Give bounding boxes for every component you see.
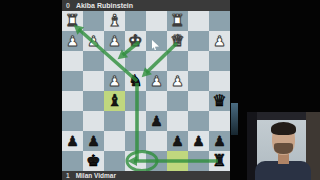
square-e2[interactable]: ♚ [125, 31, 146, 51]
square-a3[interactable] [209, 51, 230, 71]
square-b4[interactable] [188, 71, 209, 91]
white-pawn-h2[interactable]: ♟ [62, 31, 83, 51]
black-knight-e4[interactable]: ♞ [125, 71, 146, 91]
square-h6[interactable] [62, 111, 83, 131]
square-d3[interactable] [146, 51, 167, 71]
square-h4[interactable] [62, 71, 83, 91]
square-h7[interactable]: ♟ [62, 131, 83, 151]
highlight-f5 [104, 91, 125, 111]
square-c4[interactable]: ♟ [167, 71, 188, 91]
presenter-hair [271, 122, 296, 135]
top-player-bar: 0 Akiba Rubinstein [62, 0, 230, 11]
white-king-e2[interactable]: ♚ [125, 31, 146, 51]
square-d1[interactable] [146, 11, 167, 31]
top-player-name: Akiba Rubinstein [76, 2, 133, 9]
square-f7[interactable] [104, 131, 125, 151]
square-b5[interactable] [188, 91, 209, 111]
square-d5[interactable] [146, 91, 167, 111]
square-g3[interactable] [83, 51, 104, 71]
square-b6[interactable] [188, 111, 209, 131]
square-e3[interactable] [125, 51, 146, 71]
square-g4[interactable] [83, 71, 104, 91]
square-b2[interactable] [188, 31, 209, 51]
black-pawn-g7[interactable]: ♟ [83, 131, 104, 151]
square-e6[interactable] [125, 111, 146, 131]
square-b1[interactable] [188, 11, 209, 31]
square-a6[interactable] [209, 111, 230, 131]
square-f4[interactable]: ♟ [104, 71, 125, 91]
presenter-beard [274, 143, 293, 154]
square-h5[interactable] [62, 91, 83, 111]
square-d8[interactable] [146, 151, 167, 171]
square-h2[interactable]: ♟ [62, 31, 83, 51]
top-player-score: 0 [66, 2, 70, 9]
black-king-g8[interactable]: ♚ [83, 151, 104, 171]
square-b8[interactable] [188, 151, 209, 171]
black-rook-a8[interactable]: ♜ [209, 151, 230, 171]
square-e5[interactable] [125, 91, 146, 111]
square-c3[interactable] [167, 51, 188, 71]
square-a7[interactable]: ♟ [209, 131, 230, 151]
square-f2[interactable]: ♟ [104, 31, 125, 51]
black-queen-a5[interactable]: ♛ [209, 91, 230, 111]
chess-board[interactable]: ♜♝♜♟♟♟♚♛♟♟♞♟♟♝♛♟♟♟♟♟♟♚♜ [62, 11, 230, 171]
square-a5[interactable]: ♛ [209, 91, 230, 111]
white-rook-c1[interactable]: ♜ [167, 11, 188, 31]
square-a8[interactable]: ♜ [209, 151, 230, 171]
bottom-player-bar: 1 Milan Vidmar [62, 171, 230, 180]
square-f6[interactable] [104, 111, 125, 131]
square-f5[interactable]: ♝ [104, 91, 125, 111]
black-pawn-d6[interactable]: ♟ [146, 111, 167, 131]
square-c2[interactable]: ♛ [167, 31, 188, 51]
square-a1[interactable] [209, 11, 230, 31]
white-queen-c2[interactable]: ♛ [167, 31, 188, 51]
white-pawn-g2[interactable]: ♟ [83, 31, 104, 51]
bottom-player-score: 1 [66, 172, 70, 179]
black-pawn-b7[interactable]: ♟ [188, 131, 209, 151]
square-h1[interactable]: ♜ [62, 11, 83, 31]
square-c8[interactable] [167, 151, 188, 171]
square-c6[interactable] [167, 111, 188, 131]
square-f8[interactable] [104, 151, 125, 171]
square-h3[interactable] [62, 51, 83, 71]
square-c7[interactable]: ♟ [167, 131, 188, 151]
square-e4[interactable]: ♞ [125, 71, 146, 91]
square-d4[interactable]: ♟ [146, 71, 167, 91]
black-pawn-h7[interactable]: ♟ [62, 131, 83, 151]
square-g6[interactable] [83, 111, 104, 131]
black-pawn-a7[interactable]: ♟ [209, 131, 230, 151]
square-b7[interactable]: ♟ [188, 131, 209, 151]
square-h8[interactable] [62, 151, 83, 171]
square-a2[interactable]: ♟ [209, 31, 230, 51]
square-f3[interactable] [104, 51, 125, 71]
square-g5[interactable] [83, 91, 104, 111]
bottom-player-name: Milan Vidmar [76, 172, 116, 179]
square-f1[interactable]: ♝ [104, 11, 125, 31]
highlight-c8 [167, 151, 188, 171]
square-d7[interactable] [146, 131, 167, 151]
square-c5[interactable] [167, 91, 188, 111]
square-e7[interactable] [125, 131, 146, 151]
square-a4[interactable] [209, 71, 230, 91]
square-e1[interactable] [125, 11, 146, 31]
white-pawn-d4[interactable]: ♟ [146, 71, 167, 91]
square-d6[interactable]: ♟ [146, 111, 167, 131]
white-rook-h1[interactable]: ♜ [62, 11, 83, 31]
square-d2[interactable] [146, 31, 167, 51]
white-pawn-c4[interactable]: ♟ [167, 71, 188, 91]
white-pawn-a2[interactable]: ♟ [209, 31, 230, 51]
white-bishop-f1[interactable]: ♝ [104, 11, 125, 31]
white-pawn-f4[interactable]: ♟ [104, 71, 125, 91]
square-g1[interactable] [83, 11, 104, 31]
square-g7[interactable]: ♟ [83, 131, 104, 151]
white-pawn-f2[interactable]: ♟ [104, 31, 125, 51]
square-g8[interactable]: ♚ [83, 151, 104, 171]
presenter-webcam [247, 112, 320, 180]
square-g2[interactable]: ♟ [83, 31, 104, 51]
square-b3[interactable] [188, 51, 209, 71]
side-overlay-fragment [231, 103, 238, 135]
black-pawn-c7[interactable]: ♟ [167, 131, 188, 151]
square-c1[interactable]: ♜ [167, 11, 188, 31]
video-frame: 0 Akiba Rubinstein ♜♝♜♟♟♟♚♛♟♟♞♟♟♝♛♟♟♟♟♟♟… [0, 0, 320, 180]
square-e8[interactable] [125, 151, 146, 171]
